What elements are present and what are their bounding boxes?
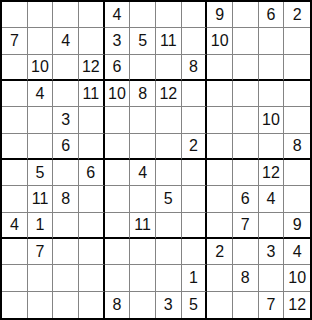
- cell-r7c9[interactable]: [207, 160, 233, 186]
- cell-r1c10[interactable]: [233, 2, 259, 28]
- cell-r11c5[interactable]: [105, 265, 131, 291]
- cell-r11c8[interactable]: 1: [182, 265, 208, 291]
- cell-r6c10[interactable]: [233, 134, 259, 160]
- cell-r11c3[interactable]: [53, 265, 79, 291]
- cell-r8c6[interactable]: [130, 186, 156, 212]
- cell-r11c4[interactable]: [79, 265, 105, 291]
- cell-r5c11[interactable]: 10: [259, 107, 285, 133]
- cell-r2c5[interactable]: 3: [105, 28, 131, 54]
- cell-r2c10[interactable]: [233, 28, 259, 54]
- cell-r12c9[interactable]: [207, 292, 233, 318]
- cell-r12c11[interactable]: 7: [259, 292, 285, 318]
- cell-r6c9[interactable]: [207, 134, 233, 160]
- cell-r7c3[interactable]: [53, 160, 79, 186]
- cell-r8c1[interactable]: [2, 186, 28, 212]
- cell-r11c2[interactable]: [28, 265, 54, 291]
- cell-r8c10[interactable]: 6: [233, 186, 259, 212]
- cell-r12c7[interactable]: 3: [156, 292, 182, 318]
- cell-r2c8[interactable]: [182, 28, 208, 54]
- cell-r10c8[interactable]: [182, 239, 208, 265]
- cell-r3c3[interactable]: [53, 55, 79, 81]
- cell-r5c12[interactable]: [284, 107, 310, 133]
- cell-r9c1[interactable]: 4: [2, 213, 28, 239]
- cell-r6c5[interactable]: [105, 134, 131, 160]
- cell-r11c11[interactable]: [259, 265, 285, 291]
- cell-r4c2[interactable]: 4: [28, 81, 54, 107]
- cell-r6c3[interactable]: 6: [53, 134, 79, 160]
- cell-r1c12[interactable]: 2: [284, 2, 310, 28]
- cell-r3c12[interactable]: [284, 55, 310, 81]
- cell-r1c7[interactable]: [156, 2, 182, 28]
- cell-r9c12[interactable]: 9: [284, 213, 310, 239]
- cell-r12c1[interactable]: [2, 292, 28, 318]
- cell-r10c2[interactable]: 7: [28, 239, 54, 265]
- cell-r2c6[interactable]: 5: [130, 28, 156, 54]
- cell-r7c2[interactable]: 5: [28, 160, 54, 186]
- cell-r9c3[interactable]: [53, 213, 79, 239]
- cell-r8c11[interactable]: 4: [259, 186, 285, 212]
- cell-r9c6[interactable]: 11: [130, 213, 156, 239]
- cell-r2c1[interactable]: 7: [2, 28, 28, 54]
- cell-r9c4[interactable]: [79, 213, 105, 239]
- cell-r4c3[interactable]: [53, 81, 79, 107]
- cell-r3c4[interactable]: 12: [79, 55, 105, 81]
- cell-r5c5[interactable]: [105, 107, 131, 133]
- cell-r12c12[interactable]: 12: [284, 292, 310, 318]
- cell-r4c10[interactable]: [233, 81, 259, 107]
- cell-r10c10[interactable]: [233, 239, 259, 265]
- cell-r5c3[interactable]: 3: [53, 107, 79, 133]
- cell-r3c5[interactable]: 6: [105, 55, 131, 81]
- cell-r6c6[interactable]: [130, 134, 156, 160]
- cell-r1c1[interactable]: [2, 2, 28, 28]
- cell-r6c12[interactable]: 8: [284, 134, 310, 160]
- cell-r6c4[interactable]: [79, 134, 105, 160]
- cell-r12c3[interactable]: [53, 292, 79, 318]
- cell-r10c3[interactable]: [53, 239, 79, 265]
- cell-r2c7[interactable]: 11: [156, 28, 182, 54]
- cell-r10c11[interactable]: 3: [259, 239, 285, 265]
- cell-r7c5[interactable]: [105, 160, 131, 186]
- cell-r1c4[interactable]: [79, 2, 105, 28]
- cell-r6c1[interactable]: [2, 134, 28, 160]
- cell-r11c10[interactable]: 8: [233, 265, 259, 291]
- cell-r8c2[interactable]: 11: [28, 186, 54, 212]
- cell-r9c10[interactable]: 7: [233, 213, 259, 239]
- cell-r3c2[interactable]: 10: [28, 55, 54, 81]
- cell-r1c3[interactable]: [53, 2, 79, 28]
- cell-r5c1[interactable]: [2, 107, 28, 133]
- cell-r1c5[interactable]: 4: [105, 2, 131, 28]
- cell-r5c2[interactable]: [28, 107, 54, 133]
- cell-r11c9[interactable]: [207, 265, 233, 291]
- cell-r2c12[interactable]: [284, 28, 310, 54]
- cell-r9c5[interactable]: [105, 213, 131, 239]
- cell-r6c7[interactable]: [156, 134, 182, 160]
- cell-r1c6[interactable]: [130, 2, 156, 28]
- cell-r1c8[interactable]: [182, 2, 208, 28]
- cell-r11c6[interactable]: [130, 265, 156, 291]
- cell-r3c7[interactable]: [156, 55, 182, 81]
- cell-r7c12[interactable]: [284, 160, 310, 186]
- cell-r8c8[interactable]: [182, 186, 208, 212]
- cell-r10c1[interactable]: [2, 239, 28, 265]
- cell-r10c6[interactable]: [130, 239, 156, 265]
- cell-r4c6[interactable]: 8: [130, 81, 156, 107]
- cell-r10c7[interactable]: [156, 239, 182, 265]
- cell-r5c6[interactable]: [130, 107, 156, 133]
- cell-r4c12[interactable]: [284, 81, 310, 107]
- cell-r9c7[interactable]: [156, 213, 182, 239]
- cell-r2c4[interactable]: [79, 28, 105, 54]
- cell-r11c7[interactable]: [156, 265, 182, 291]
- cell-r3c1[interactable]: [2, 55, 28, 81]
- cell-r2c9[interactable]: 10: [207, 28, 233, 54]
- cell-r4c9[interactable]: [207, 81, 233, 107]
- cell-r3c11[interactable]: [259, 55, 285, 81]
- cell-r3c6[interactable]: [130, 55, 156, 81]
- cell-r9c11[interactable]: [259, 213, 285, 239]
- cell-r7c7[interactable]: [156, 160, 182, 186]
- sudoku-board: 4962743511101012684111081231062856412118…: [0, 0, 312, 320]
- cell-r10c5[interactable]: [105, 239, 131, 265]
- cell-r5c10[interactable]: [233, 107, 259, 133]
- cell-r12c8[interactable]: 5: [182, 292, 208, 318]
- cell-r12c2[interactable]: [28, 292, 54, 318]
- cell-r6c8[interactable]: 2: [182, 134, 208, 160]
- cell-r9c8[interactable]: [182, 213, 208, 239]
- cell-r5c4[interactable]: [79, 107, 105, 133]
- cell-r9c2[interactable]: 1: [28, 213, 54, 239]
- cell-r7c6[interactable]: 4: [130, 160, 156, 186]
- cell-r7c8[interactable]: [182, 160, 208, 186]
- cell-r8c5[interactable]: [105, 186, 131, 212]
- cell-r1c2[interactable]: [28, 2, 54, 28]
- cell-r11c1[interactable]: [2, 265, 28, 291]
- cell-r3c8[interactable]: 8: [182, 55, 208, 81]
- cell-r7c11[interactable]: 12: [259, 160, 285, 186]
- cell-r7c4[interactable]: 6: [79, 160, 105, 186]
- cell-r12c6[interactable]: [130, 292, 156, 318]
- cell-r12c4[interactable]: [79, 292, 105, 318]
- cell-r8c9[interactable]: [207, 186, 233, 212]
- cell-r3c9[interactable]: [207, 55, 233, 81]
- cell-r2c2[interactable]: [28, 28, 54, 54]
- cell-r5c9[interactable]: [207, 107, 233, 133]
- cell-r9c9[interactable]: [207, 213, 233, 239]
- cell-r8c7[interactable]: 5: [156, 186, 182, 212]
- cell-r1c11[interactable]: 6: [259, 2, 285, 28]
- cell-r12c10[interactable]: [233, 292, 259, 318]
- cell-r8c3[interactable]: 8: [53, 186, 79, 212]
- cell-r5c7[interactable]: [156, 107, 182, 133]
- cell-r5c8[interactable]: [182, 107, 208, 133]
- cell-r4c1[interactable]: [2, 81, 28, 107]
- cell-r2c11[interactable]: [259, 28, 285, 54]
- cell-r11c12[interactable]: 10: [284, 265, 310, 291]
- cell-r10c12[interactable]: 4: [284, 239, 310, 265]
- cell-r2c3[interactable]: 4: [53, 28, 79, 54]
- cell-r1c9[interactable]: 9: [207, 2, 233, 28]
- cell-r4c11[interactable]: [259, 81, 285, 107]
- cell-r10c9[interactable]: 2: [207, 239, 233, 265]
- cell-r6c2[interactable]: [28, 134, 54, 160]
- cell-r7c10[interactable]: [233, 160, 259, 186]
- cell-r8c12[interactable]: [284, 186, 310, 212]
- cell-r4c7[interactable]: 12: [156, 81, 182, 107]
- cell-r8c4[interactable]: [79, 186, 105, 212]
- cell-r3c10[interactable]: [233, 55, 259, 81]
- cell-r4c8[interactable]: [182, 81, 208, 107]
- cell-r6c11[interactable]: [259, 134, 285, 160]
- cell-r10c4[interactable]: [79, 239, 105, 265]
- cell-r7c1[interactable]: [2, 160, 28, 186]
- cell-r4c4[interactable]: 11: [79, 81, 105, 107]
- cell-r12c5[interactable]: 8: [105, 292, 131, 318]
- cell-r4c5[interactable]: 10: [105, 81, 131, 107]
